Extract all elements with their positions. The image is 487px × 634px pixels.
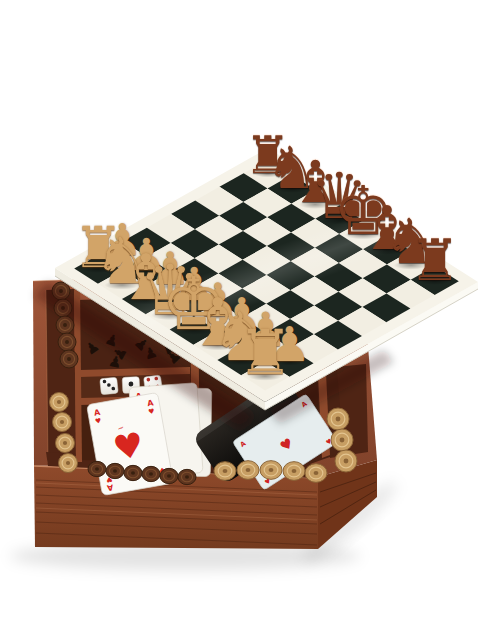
checker-piece [60, 420, 64, 424]
checker-piece [292, 469, 297, 473]
checker-piece [67, 357, 71, 361]
checker-piece [63, 323, 67, 327]
checker-piece [340, 438, 345, 443]
checker-piece [63, 441, 67, 445]
checker-piece [344, 459, 349, 464]
checker-piece [113, 469, 117, 472]
checker-piece [223, 469, 228, 473]
checker-piece [336, 417, 341, 422]
checker-piece [57, 400, 61, 404]
checker-piece [149, 472, 153, 475]
checker-piece [269, 468, 274, 472]
checker-piece [314, 471, 319, 475]
product-photo-scene: ♟♟♟♟♟♟♟♟ 2 ♥ A ♥ ♥ ~ A A A A ♥ ♥ ♥ ♥ [0, 0, 487, 634]
checker-piece [167, 474, 171, 477]
checker-piece [65, 340, 69, 344]
checker-piece [66, 461, 70, 465]
checker-piece [131, 471, 135, 474]
checker-piece [95, 467, 99, 470]
checker-piece [185, 475, 189, 478]
die [100, 377, 119, 395]
checker-piece [246, 468, 251, 472]
